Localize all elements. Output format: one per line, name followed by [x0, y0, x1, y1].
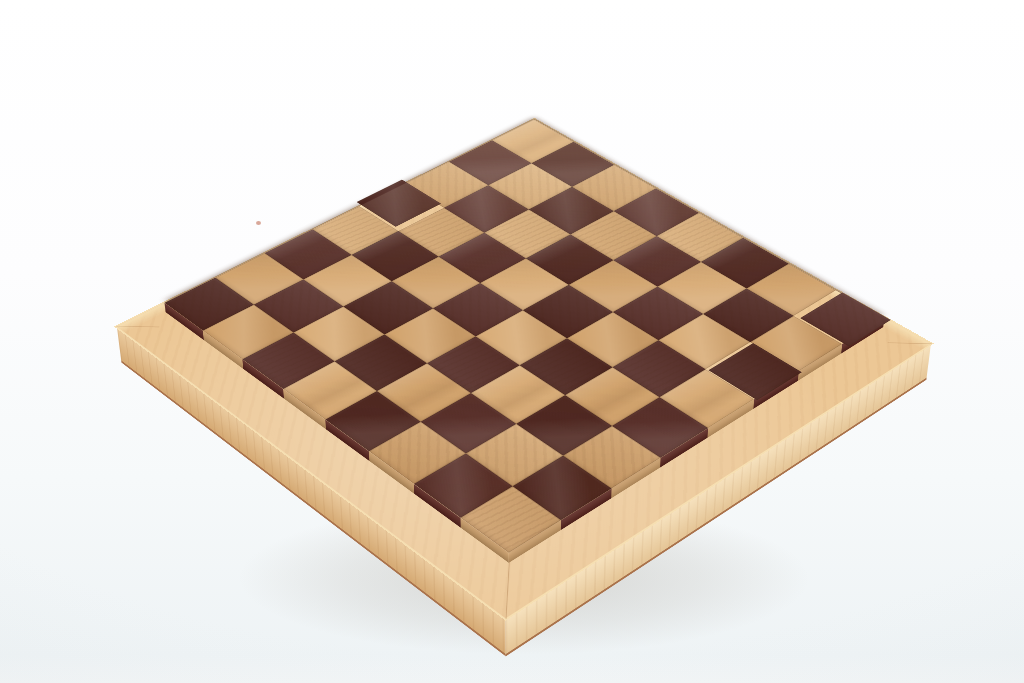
- square-d1[interactable]: [283, 361, 377, 419]
- square-h6[interactable]: [708, 343, 801, 400]
- square-g1[interactable]: [414, 453, 513, 517]
- photo-stage: [0, 0, 1024, 683]
- square-d2[interactable]: [335, 334, 427, 391]
- square-g4[interactable]: [565, 367, 659, 426]
- square-e3[interactable]: [427, 336, 520, 393]
- square-f4[interactable]: [520, 338, 613, 395]
- square-h5[interactable]: [660, 369, 755, 428]
- square-h2[interactable]: [513, 456, 612, 521]
- square-h4[interactable]: [612, 397, 708, 458]
- square-g3[interactable]: [516, 395, 612, 456]
- square-h3[interactable]: [563, 426, 660, 489]
- square-f2[interactable]: [421, 393, 517, 453]
- square-e1[interactable]: [325, 391, 420, 451]
- square-c1[interactable]: [242, 333, 334, 389]
- square-e2[interactable]: [377, 363, 471, 421]
- square-f3[interactable]: [471, 365, 565, 424]
- square-h1[interactable]: [460, 486, 560, 553]
- square-g2[interactable]: [466, 424, 563, 486]
- frame-mitre-seam: [888, 343, 932, 345]
- frame-mitre-seam: [116, 326, 160, 328]
- dust-speck: [256, 221, 261, 225]
- square-h7[interactable]: [750, 316, 842, 371]
- square-f5[interactable]: [567, 312, 659, 367]
- square-g6[interactable]: [659, 314, 751, 369]
- square-f1[interactable]: [369, 422, 466, 484]
- square-g5[interactable]: [613, 340, 706, 397]
- frame-mitre-seam: [505, 558, 510, 619]
